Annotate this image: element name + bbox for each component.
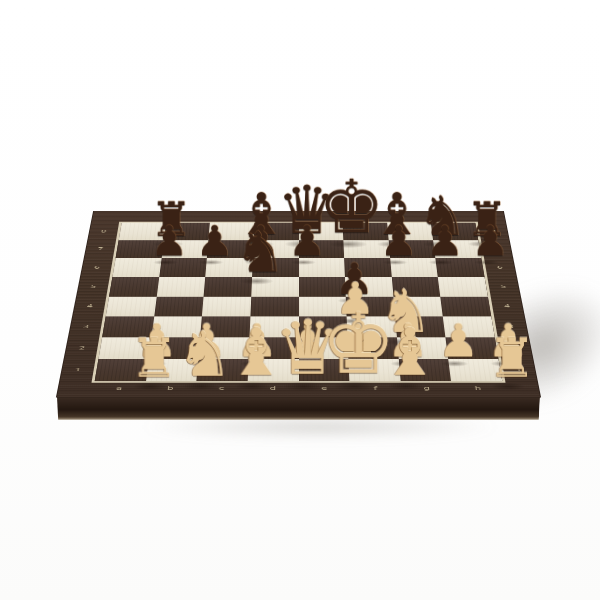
rank-label-left-7: 7 xyxy=(92,247,108,251)
square-d5 xyxy=(251,277,298,296)
square-d3 xyxy=(249,317,298,338)
square-h2 xyxy=(446,337,499,359)
square-d4 xyxy=(250,296,298,316)
square-g4 xyxy=(393,296,443,316)
square-a6 xyxy=(112,258,161,277)
file-label-b: b xyxy=(161,386,179,390)
square-b4 xyxy=(154,296,204,316)
square-c2 xyxy=(198,337,249,359)
square-a5 xyxy=(109,277,159,296)
square-a8 xyxy=(119,223,166,240)
square-e5 xyxy=(299,277,346,296)
rank-label-right-2: 2 xyxy=(506,346,524,350)
square-g7 xyxy=(388,240,435,258)
file-label-c: c xyxy=(213,386,231,390)
square-f8 xyxy=(343,223,389,240)
rank-label-left-2: 2 xyxy=(73,346,91,350)
square-e2 xyxy=(299,337,349,359)
rank-label-right-1: 1 xyxy=(510,368,528,372)
rank-label-left-4: 4 xyxy=(81,304,98,308)
square-a2 xyxy=(98,337,151,359)
square-f1 xyxy=(349,359,401,381)
square-c7 xyxy=(207,240,254,258)
square-e3 xyxy=(299,317,348,338)
square-b5 xyxy=(156,277,205,296)
square-e8 xyxy=(299,223,344,240)
square-f6 xyxy=(344,258,391,277)
rank-label-right-3: 3 xyxy=(502,325,520,329)
file-label-a: a xyxy=(110,386,129,390)
square-h1 xyxy=(449,359,503,381)
rank-label-right-5: 5 xyxy=(495,285,512,289)
rank-label-right-4: 4 xyxy=(499,304,516,308)
square-e7 xyxy=(299,240,345,258)
squares-grid xyxy=(95,223,503,382)
square-c3 xyxy=(200,317,250,338)
square-g2 xyxy=(397,337,449,359)
file-label-f: f xyxy=(366,386,384,390)
rank-label-left-1: 1 xyxy=(69,368,87,372)
square-g3 xyxy=(395,317,446,338)
square-h5 xyxy=(438,277,488,296)
square-c1 xyxy=(197,359,249,381)
square-h3 xyxy=(443,317,495,338)
square-f5 xyxy=(345,277,393,296)
square-e4 xyxy=(299,296,347,316)
rank-label-left-5: 5 xyxy=(85,285,102,289)
square-d2 xyxy=(248,337,298,359)
square-d6 xyxy=(252,258,299,277)
file-label-d: d xyxy=(264,386,282,390)
chess-board: ♜♝♛♚♝♞♜♟♟♟♟♟♟♟♞♟♟♞♟♟♟♟♟♟♟♟♜♞♝♛♚♝♜ abcdef… xyxy=(57,211,540,397)
rank-label-right-7: 7 xyxy=(488,247,504,251)
square-b8 xyxy=(164,223,210,240)
square-e6 xyxy=(299,258,346,277)
square-g1 xyxy=(399,359,452,381)
file-label-e: e xyxy=(315,386,333,390)
square-f2 xyxy=(348,337,399,359)
rank-label-left-6: 6 xyxy=(89,266,106,270)
rank-label-right-8: 8 xyxy=(485,230,501,233)
square-g6 xyxy=(390,258,438,277)
square-e1 xyxy=(299,359,350,381)
square-h4 xyxy=(441,296,492,316)
square-h6 xyxy=(436,258,485,277)
square-f3 xyxy=(347,317,397,338)
file-label-g: g xyxy=(417,386,435,390)
square-f7 xyxy=(343,240,390,258)
square-f4 xyxy=(346,296,395,316)
square-b7 xyxy=(161,240,208,258)
square-d1 xyxy=(248,359,299,381)
square-h7 xyxy=(433,240,481,258)
rank-label-left-8: 8 xyxy=(96,230,112,233)
square-c8 xyxy=(209,223,255,240)
square-a4 xyxy=(106,296,157,316)
square-h8 xyxy=(431,223,478,240)
board-side-face xyxy=(57,397,540,420)
square-a7 xyxy=(116,240,164,258)
rank-label-left-3: 3 xyxy=(77,325,95,329)
square-g8 xyxy=(387,223,433,240)
board-frame: ♜♝♛♚♝♞♜♟♟♟♟♟♟♟♞♟♟♞♟♟♟♟♟♟♟♟♜♞♝♛♚♝♜ abcdef… xyxy=(57,211,540,397)
square-g5 xyxy=(392,277,441,296)
square-d8 xyxy=(254,223,299,240)
square-b3 xyxy=(151,317,202,338)
rank-label-right-6: 6 xyxy=(492,266,509,270)
square-c4 xyxy=(202,296,251,316)
photo-background: ♜♝♛♚♝♞♜♟♟♟♟♟♟♟♞♟♟♞♟♟♟♟♟♟♟♟♜♞♝♛♚♝♜ abcdef… xyxy=(0,0,600,600)
square-b1 xyxy=(146,359,199,381)
square-c5 xyxy=(204,277,252,296)
file-label-h: h xyxy=(469,386,488,390)
square-a3 xyxy=(102,317,154,338)
square-b6 xyxy=(159,258,207,277)
square-b2 xyxy=(148,337,200,359)
square-d7 xyxy=(253,240,299,258)
square-a1 xyxy=(95,359,149,381)
square-c6 xyxy=(205,258,252,277)
playing-area: ♜♝♛♚♝♞♜♟♟♟♟♟♟♟♞♟♟♞♟♟♟♟♟♟♟♟♜♞♝♛♚♝♜ xyxy=(91,222,505,383)
